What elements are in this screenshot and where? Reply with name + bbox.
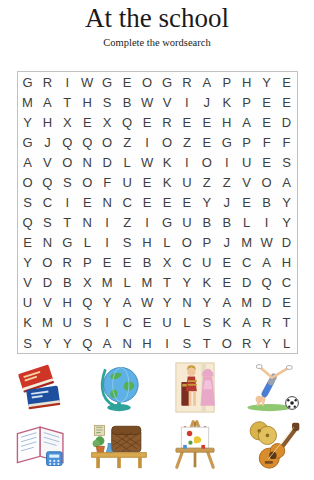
- grid-cell[interactable]: V: [37, 293, 57, 313]
- grid-cell[interactable]: A: [257, 253, 277, 273]
- grid-cell[interactable]: Q: [77, 132, 97, 152]
- grid-cell[interactable]: S: [197, 313, 217, 333]
- globe-icon: [81, 360, 158, 415]
- grid-cell[interactable]: S: [277, 152, 297, 172]
- grid-cell[interactable]: O: [257, 172, 277, 192]
- grid-cell[interactable]: I: [97, 313, 117, 333]
- grid-cell[interactable]: C: [177, 253, 197, 273]
- grid-cell[interactable]: Z: [177, 132, 197, 152]
- grid-cell[interactable]: V: [37, 152, 57, 172]
- page-title: At the school: [0, 3, 314, 34]
- grid-cell[interactable]: Y: [197, 192, 217, 212]
- grid-cell[interactable]: I: [257, 213, 277, 233]
- grid-cell[interactable]: K: [157, 152, 177, 172]
- grid-cell[interactable]: G: [157, 213, 177, 233]
- grid-cell[interactable]: C: [277, 273, 297, 293]
- grid-cell[interactable]: A: [217, 293, 237, 313]
- grid-cell[interactable]: S: [37, 213, 57, 233]
- grid-cell[interactable]: Q: [18, 213, 38, 233]
- grid-cell[interactable]: H: [37, 112, 57, 132]
- grid-cell[interactable]: F: [277, 132, 297, 152]
- grid-cell[interactable]: X: [57, 112, 77, 132]
- grid-cell[interactable]: V: [157, 92, 177, 112]
- grid-cell[interactable]: W: [77, 72, 97, 92]
- grid-cell[interactable]: I: [137, 132, 157, 152]
- grid-cell[interactable]: D: [277, 233, 297, 253]
- grid-cell[interactable]: P: [217, 72, 237, 92]
- worksheet: At the school Complete the wordsearch GR…: [0, 3, 314, 480]
- grid-cell[interactable]: I: [57, 192, 77, 212]
- easel-icon: [157, 417, 234, 472]
- grid-cell[interactable]: L: [117, 273, 137, 293]
- grid-cell[interactable]: R: [257, 313, 277, 333]
- grid-cell[interactable]: S: [117, 233, 137, 253]
- grid-cell[interactable]: O: [137, 72, 157, 92]
- grid-cell[interactable]: E: [18, 233, 38, 253]
- grid-cell[interactable]: Y: [257, 72, 277, 92]
- grid-cell[interactable]: N: [97, 192, 117, 212]
- page-subtitle: Complete the wordsearch: [0, 37, 314, 48]
- grid-cell[interactable]: E: [257, 92, 277, 112]
- grid-cell[interactable]: E: [137, 112, 157, 132]
- grid-cell[interactable]: S: [57, 172, 77, 192]
- grid-cell[interactable]: X: [77, 273, 97, 293]
- grid-cell[interactable]: L: [157, 233, 177, 253]
- grid-cell[interactable]: L: [117, 152, 137, 172]
- grid-cell[interactable]: X: [97, 112, 117, 132]
- grid-cell[interactable]: J: [217, 192, 237, 212]
- grid-cell[interactable]: O: [18, 172, 38, 192]
- grid-cell[interactable]: E: [257, 112, 277, 132]
- grid-cell[interactable]: A: [37, 92, 57, 112]
- grid-cell[interactable]: O: [37, 253, 57, 273]
- grid-cell[interactable]: A: [237, 313, 257, 333]
- grid-cell[interactable]: E: [77, 192, 97, 212]
- grid-cell[interactable]: I: [97, 233, 117, 253]
- grid-cell[interactable]: O: [57, 152, 77, 172]
- grid-cell[interactable]: L: [237, 213, 257, 233]
- grid-cell[interactable]: I: [137, 213, 157, 233]
- grid-cell[interactable]: E: [177, 192, 197, 212]
- clue-images: [4, 360, 310, 472]
- grid-cell[interactable]: A: [18, 152, 38, 172]
- grid-cell[interactable]: G: [18, 72, 38, 92]
- grid-cell[interactable]: Q: [37, 172, 57, 192]
- grid-cell[interactable]: O: [157, 132, 177, 152]
- grid-cell[interactable]: V: [18, 273, 38, 293]
- grid-cell[interactable]: E: [177, 112, 197, 132]
- grid-cell[interactable]: Q: [77, 293, 97, 313]
- grid-cell[interactable]: U: [157, 313, 177, 333]
- grid-cell[interactable]: N: [77, 152, 97, 172]
- grid-cell[interactable]: E: [217, 273, 237, 293]
- grid-cell[interactable]: A: [237, 112, 257, 132]
- grid-cell[interactable]: N: [77, 213, 97, 233]
- grid-cell[interactable]: D: [277, 112, 297, 132]
- grid-cell[interactable]: K: [217, 313, 237, 333]
- grid-cell[interactable]: H: [77, 92, 97, 112]
- grid-cell[interactable]: E: [137, 192, 157, 212]
- wordsearch-grid: GRIWGEOGRAPHYEMATHSBWVIJKPEEYHXEXQEREEHA…: [17, 71, 298, 354]
- grid-cell[interactable]: O: [77, 172, 97, 192]
- grid-cell[interactable]: B: [117, 92, 137, 112]
- grid-cell[interactable]: Z: [217, 172, 237, 192]
- grid-cell[interactable]: K: [18, 313, 38, 333]
- grid-cell[interactable]: E: [237, 192, 257, 212]
- grid-cell[interactable]: B: [217, 213, 237, 233]
- grid-cell[interactable]: Q: [77, 333, 97, 353]
- grid-cell[interactable]: E: [217, 253, 237, 273]
- grid-cell[interactable]: A: [97, 333, 117, 353]
- grid-cell[interactable]: N: [37, 233, 57, 253]
- nature-table-icon: [81, 417, 158, 472]
- grid-cell[interactable]: W: [137, 92, 157, 112]
- grid-cell[interactable]: I: [97, 213, 117, 233]
- grid-cell[interactable]: E: [137, 313, 157, 333]
- grid-cell[interactable]: Y: [18, 112, 38, 132]
- grid-cell[interactable]: G: [217, 132, 237, 152]
- grid-cell[interactable]: I: [57, 72, 77, 92]
- grid-cell[interactable]: S: [18, 192, 38, 212]
- grid-cell[interactable]: K: [217, 92, 237, 112]
- dictionaries-icon: [4, 360, 81, 415]
- grid-cell[interactable]: E: [197, 132, 217, 152]
- grid-cell[interactable]: F: [97, 172, 117, 192]
- grid-cell[interactable]: E: [257, 152, 277, 172]
- grid-cell[interactable]: U: [57, 313, 77, 333]
- grid-cell[interactable]: Y: [277, 213, 297, 233]
- grid-cell[interactable]: Y: [157, 293, 177, 313]
- grid-cell[interactable]: J: [217, 233, 237, 253]
- grid-cell[interactable]: O: [197, 152, 217, 172]
- grid-cell[interactable]: C: [117, 313, 137, 333]
- grid-cell[interactable]: D: [97, 152, 117, 172]
- grid-cell[interactable]: K: [197, 273, 217, 293]
- grid-cell[interactable]: S: [77, 313, 97, 333]
- maths-notebook-icon: [4, 417, 81, 472]
- grid-cell[interactable]: Z: [117, 213, 137, 233]
- grid-cell[interactable]: H: [237, 72, 257, 92]
- grid-cell[interactable]: Y: [97, 293, 117, 313]
- grid-cell[interactable]: H: [137, 333, 157, 353]
- grid-cell[interactable]: N: [177, 293, 197, 313]
- grid-cell[interactable]: Z: [197, 172, 217, 192]
- grid-cell[interactable]: R: [37, 72, 57, 92]
- grid-cell[interactable]: E: [157, 192, 177, 212]
- grid-cell[interactable]: R: [237, 333, 257, 353]
- guitar-cymbals-icon: [234, 417, 311, 472]
- grid-cell[interactable]: U: [237, 152, 257, 172]
- grid-cell[interactable]: M: [237, 293, 257, 313]
- grid-cell[interactable]: O: [177, 233, 197, 253]
- grid-cell[interactable]: C: [237, 253, 257, 273]
- grid-cell[interactable]: G: [97, 72, 117, 92]
- grid-cell[interactable]: E: [97, 253, 117, 273]
- grid-cell[interactable]: P: [197, 233, 217, 253]
- grid-cell[interactable]: G: [157, 72, 177, 92]
- grid-cell[interactable]: M: [97, 273, 117, 293]
- history-figures-icon: [157, 360, 234, 415]
- grid-cell[interactable]: F: [257, 132, 277, 152]
- grid-cell[interactable]: J: [37, 132, 57, 152]
- grid-cell[interactable]: R: [57, 253, 77, 273]
- grid-cell[interactable]: Y: [257, 333, 277, 353]
- grid-cell[interactable]: O: [97, 132, 117, 152]
- grid-cell[interactable]: T: [197, 333, 217, 353]
- grid-cell[interactable]: Y: [197, 293, 217, 313]
- grid-cell[interactable]: A: [197, 72, 217, 92]
- grid-cell[interactable]: B: [137, 253, 157, 273]
- grid-cell[interactable]: Y: [277, 192, 297, 212]
- grid-cell[interactable]: T: [57, 213, 77, 233]
- grid-cell[interactable]: E: [277, 293, 297, 313]
- grid-cell[interactable]: C: [117, 192, 137, 212]
- grid-cell[interactable]: D: [237, 273, 257, 293]
- grid-cell[interactable]: Q: [257, 273, 277, 293]
- grid-cell[interactable]: N: [117, 333, 137, 353]
- grid-cell[interactable]: E: [77, 112, 97, 132]
- grid-cell[interactable]: S: [97, 92, 117, 112]
- grid-cell[interactable]: T: [277, 313, 297, 333]
- grid-cell[interactable]: P: [237, 92, 257, 112]
- grid-cell[interactable]: W: [257, 233, 277, 253]
- grid-cell[interactable]: A: [277, 172, 297, 192]
- grid-cell[interactable]: Y: [18, 253, 38, 273]
- grid-cell[interactable]: U: [177, 172, 197, 192]
- grid-cell[interactable]: M: [237, 233, 257, 253]
- grid-cell[interactable]: G: [57, 233, 77, 253]
- grid-cell[interactable]: U: [197, 253, 217, 273]
- grid-cell[interactable]: W: [137, 152, 157, 172]
- grid-cell[interactable]: B: [257, 192, 277, 212]
- grid-cell[interactable]: L: [277, 333, 297, 353]
- grid-cell[interactable]: H: [57, 293, 77, 313]
- grid-cell[interactable]: E: [277, 92, 297, 112]
- grid-cell[interactable]: Q: [57, 132, 77, 152]
- grid-cell[interactable]: M: [137, 273, 157, 293]
- grid-cell[interactable]: E: [277, 72, 297, 92]
- grid-cell[interactable]: B: [197, 213, 217, 233]
- grid-cell[interactable]: Q: [117, 112, 137, 132]
- grid-cell[interactable]: W: [137, 293, 157, 313]
- grid-cell[interactable]: U: [18, 293, 38, 313]
- grid-cell[interactable]: P: [237, 132, 257, 152]
- grid-cell[interactable]: G: [18, 132, 38, 152]
- grid-cell[interactable]: R: [177, 72, 197, 92]
- grid-cell[interactable]: A: [117, 293, 137, 313]
- grid-cell[interactable]: Y: [177, 273, 197, 293]
- grid-cell[interactable]: K: [157, 172, 177, 192]
- grid-cell[interactable]: L: [77, 233, 97, 253]
- grid-cell[interactable]: I: [177, 152, 197, 172]
- grid-cell[interactable]: U: [177, 213, 197, 233]
- grid-cell[interactable]: I: [157, 333, 177, 353]
- grid-cell[interactable]: I: [217, 152, 237, 172]
- grid-cell[interactable]: Y: [37, 333, 57, 353]
- grid-cell[interactable]: I: [177, 92, 197, 112]
- grid-cell[interactable]: Z: [117, 132, 137, 152]
- grid-cell[interactable]: P: [77, 253, 97, 273]
- grid-cell[interactable]: V: [237, 172, 257, 192]
- grid-cell[interactable]: S: [18, 333, 38, 353]
- gymnast-icon: [234, 360, 311, 415]
- grid-cell[interactable]: R: [157, 112, 177, 132]
- grid-cell[interactable]: Y: [57, 333, 77, 353]
- grid-cell[interactable]: O: [217, 333, 237, 353]
- grid-cell[interactable]: H: [217, 112, 237, 132]
- grid-cell[interactable]: D: [37, 273, 57, 293]
- grid-cell[interactable]: E: [117, 253, 137, 273]
- grid-cell[interactable]: S: [177, 333, 197, 353]
- grid-cell[interactable]: B: [57, 273, 77, 293]
- grid-cell[interactable]: E: [197, 112, 217, 132]
- grid-cell[interactable]: J: [197, 92, 217, 112]
- grid-cell[interactable]: E: [117, 72, 137, 92]
- grid-cell[interactable]: E: [137, 172, 157, 192]
- grid-cell[interactable]: D: [257, 293, 277, 313]
- grid-cell[interactable]: M: [18, 92, 38, 112]
- grid-cell[interactable]: H: [137, 233, 157, 253]
- grid-cell[interactable]: X: [157, 253, 177, 273]
- grid-cell[interactable]: H: [277, 253, 297, 273]
- grid-cell[interactable]: T: [57, 92, 77, 112]
- grid-cell[interactable]: M: [37, 313, 57, 333]
- grid-cell[interactable]: C: [37, 192, 57, 212]
- grid-cell[interactable]: U: [117, 172, 137, 192]
- grid-cell[interactable]: L: [177, 313, 197, 333]
- grid-cell[interactable]: T: [157, 273, 177, 293]
